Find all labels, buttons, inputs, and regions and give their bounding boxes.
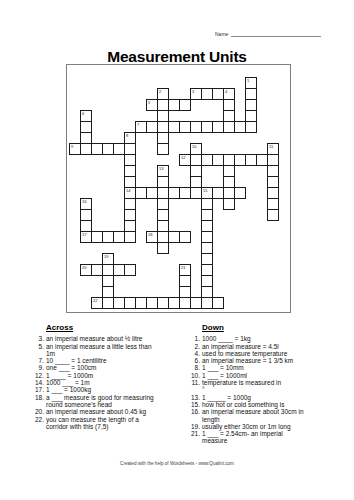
crossword-grid: 12345678910111213141516171819202122 — [66, 64, 291, 313]
clue-number: 11. — [186, 379, 202, 394]
name-label: Name — [215, 31, 228, 37]
clue-number: 7. — [30, 357, 46, 364]
cell-clue-number: 2 — [159, 90, 161, 94]
cell-clue-number: 5 — [148, 101, 150, 105]
clue-number: 1. — [186, 335, 202, 342]
grid-cell[interactable] — [267, 209, 279, 221]
clue-item: 8.1 ___ = 10mm — [186, 364, 340, 371]
grid-cell[interactable] — [234, 187, 246, 199]
clue-item: 3.an imperial measure about ½ litre — [30, 335, 178, 342]
across-heading: Across — [46, 324, 178, 331]
clue-number: 16. — [186, 408, 202, 423]
clue-item: 4.used to measure temperature — [186, 350, 340, 357]
cell-clue-number: 8 — [126, 134, 128, 138]
cell-clue-number: 20 — [82, 266, 86, 270]
clue-number: 10. — [186, 372, 202, 379]
clue-number: 12. — [30, 372, 46, 379]
grid-cell[interactable] — [212, 297, 224, 309]
clue-number: 13. — [186, 394, 202, 401]
cell-clue-number: 21 — [181, 266, 185, 270]
name-field: Name — [215, 30, 321, 37]
across-clue-list: 3.an imperial measure about ½ litre5.an … — [30, 335, 178, 430]
cell-clue-number: 14 — [126, 189, 130, 193]
cell-clue-number: 10 — [192, 145, 196, 149]
clue-number: 3. — [30, 335, 46, 342]
clue-item: 17.1 ___ = 1000kg — [30, 386, 178, 393]
clue-item: 5.an imperial measure a little less than… — [30, 343, 178, 358]
clue-item: 10.1 ___ = 1000ml — [186, 372, 340, 379]
clue-text: an imperial measure about 30cm in length — [202, 408, 305, 423]
grid-cell[interactable] — [124, 264, 136, 276]
clue-text: 1 ___ = 1000ml — [202, 372, 305, 379]
clue-item: 16.an imperial measure about 30cm in len… — [186, 408, 340, 423]
clue-number: 21. — [186, 430, 202, 445]
clue-text: 1000 ___ = 1m — [46, 379, 162, 386]
clue-item: 15.how hot or cold something is — [186, 401, 340, 408]
clue-item: 7.10 ____ = 1 centilitre — [30, 357, 178, 364]
clue-item: 2.an imperial measure = 4.5l — [186, 343, 340, 350]
clue-text: 1 ___ = 1000kg — [46, 386, 162, 393]
grid-cell[interactable] — [157, 143, 169, 155]
cell-clue-number: 12 — [181, 156, 185, 160]
clue-text: 1 ___ = 2.54cm- an imperial measure — [202, 430, 305, 445]
cell-clue-number: 4 — [225, 90, 227, 94]
name-blank-line[interactable] — [231, 30, 321, 37]
clue-number: 5. — [30, 343, 46, 358]
cell-clue-number: 3 — [192, 90, 194, 94]
grid-cell[interactable] — [223, 198, 235, 210]
clue-item: 12.1 ____ = 1000m — [30, 372, 178, 379]
cell-clue-number: 19 — [104, 255, 108, 259]
clue-text: 1 ____ = 1000m — [46, 372, 162, 379]
clue-text: 1 _____ = 1000g — [202, 394, 305, 401]
clue-item: 9.one ___ = 100cm — [30, 364, 178, 371]
grid-cell[interactable] — [124, 231, 136, 243]
clue-item: 22.you can measure the length of a corri… — [30, 416, 178, 431]
cell-clue-number: 11 — [269, 145, 273, 149]
clue-text: 1000 ____ = 1kg — [202, 335, 305, 342]
clue-text: how hot or cold something is — [202, 401, 305, 408]
clue-number: 14. — [30, 379, 46, 386]
clue-number: 8. — [186, 364, 202, 371]
clue-item: 6.an imperial measure = 1 3/5 km — [186, 357, 340, 364]
clue-text: 10 ____ = 1 centilitre — [46, 357, 162, 364]
cell-clue-number: 17 — [82, 233, 86, 237]
cell-clue-number: 15 — [203, 189, 207, 193]
cell-clue-number: 13 — [159, 167, 163, 171]
cell-clue-number: 7 — [137, 123, 139, 127]
clue-text: temperature is measured in ° — [202, 379, 305, 394]
clue-text: used to measure temperature — [202, 350, 305, 357]
clue-number: 2. — [186, 343, 202, 350]
clue-item: 18.a ___ measure is good for measuring r… — [30, 394, 178, 409]
clue-text: an imperial measure = 1 3/5 km — [202, 357, 305, 364]
grid-cell[interactable] — [179, 99, 191, 111]
clue-item: 19.usually either 30cm or 1m long — [186, 423, 340, 430]
clue-item: 13.1 _____ = 1000g — [186, 394, 340, 401]
footer-credit: Created with the help of Wordsheets - ww… — [0, 461, 354, 466]
clue-text: 1 ___ = 10mm — [202, 364, 305, 371]
clue-text: an imperial measure a little less than 1… — [46, 343, 162, 358]
clue-text: one ___ = 100cm — [46, 364, 162, 371]
cell-clue-number: 6 — [82, 112, 84, 116]
grid-cell[interactable] — [245, 121, 257, 133]
clue-item: 11.temperature is measured in ° — [186, 379, 340, 394]
clue-number: 15. — [186, 401, 202, 408]
clue-text: an imperial measure about 0.45 kg — [46, 408, 162, 415]
clue-item: 1.1000 ____ = 1kg — [186, 335, 340, 342]
clue-number: 4. — [186, 350, 202, 357]
clue-number: 20. — [30, 408, 46, 415]
cell-clue-number: 22 — [93, 299, 97, 303]
clue-text: a ___ measure is good for measuring roun… — [46, 394, 162, 409]
clue-number: 17. — [30, 386, 46, 393]
clue-item: 14.1000 ___ = 1m — [30, 379, 178, 386]
clue-item: 20.an imperial measure about 0.45 kg — [30, 408, 178, 415]
clue-number: 22. — [30, 416, 46, 431]
cell-clue-number: 1 — [247, 79, 249, 83]
clue-text: you can measure the length of a corridor… — [46, 416, 162, 431]
clue-text: an imperial measure = 4.5l — [202, 343, 305, 350]
clue-number: 19. — [186, 423, 202, 430]
cell-clue-number: 9 — [71, 145, 73, 149]
clue-number: 9. — [30, 364, 46, 371]
grid-cell[interactable] — [179, 231, 191, 243]
grid-cell[interactable] — [157, 242, 169, 254]
clue-text: an imperial measure about ½ litre — [46, 335, 162, 342]
across-clues-section: Across 3.an imperial measure about ½ lit… — [30, 324, 178, 430]
clue-text: usually either 30cm or 1m long — [202, 423, 305, 430]
clue-number: 6. — [186, 357, 202, 364]
cell-clue-number: 18 — [148, 233, 152, 237]
clue-number: 18. — [30, 394, 46, 409]
cell-clue-number: 16 — [82, 200, 86, 204]
down-heading: Down — [202, 324, 340, 331]
clue-item: 21.1 ___ = 2.54cm- an imperial measure — [186, 430, 340, 445]
down-clues-section: Down 1.1000 ____ = 1kg2.an imperial meas… — [186, 324, 340, 445]
down-clue-list: 1.1000 ____ = 1kg2.an imperial measure =… — [186, 335, 340, 444]
